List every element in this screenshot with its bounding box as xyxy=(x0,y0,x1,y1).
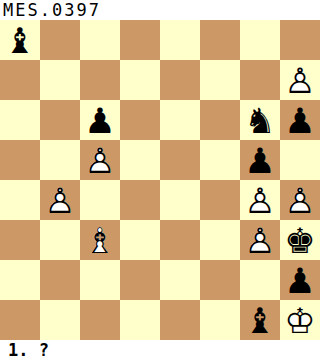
square-c3[interactable]: ♝♗ xyxy=(80,220,120,260)
square-b2[interactable] xyxy=(40,260,80,300)
square-c8[interactable] xyxy=(80,20,120,60)
square-b5[interactable] xyxy=(40,140,80,180)
black-pawn: ♟ xyxy=(240,140,280,180)
square-g5[interactable]: ♟ xyxy=(240,140,280,180)
square-h5[interactable] xyxy=(280,140,320,180)
black-pawn: ♟ xyxy=(80,100,120,140)
square-e4[interactable] xyxy=(160,180,200,220)
square-f2[interactable] xyxy=(200,260,240,300)
square-c4[interactable] xyxy=(80,180,120,220)
square-g4[interactable]: ♟♙ xyxy=(240,180,280,220)
black-knight: ♞ xyxy=(240,100,280,140)
square-d6[interactable] xyxy=(120,100,160,140)
piece-outline: ♙ xyxy=(280,60,320,100)
square-f8[interactable] xyxy=(200,20,240,60)
piece-glyph: ♟ xyxy=(80,100,120,140)
square-a7[interactable] xyxy=(0,60,40,100)
square-c5[interactable]: ♟♙ xyxy=(80,140,120,180)
white-pawn: ♟♙ xyxy=(280,180,320,220)
piece-glyph: ♞ xyxy=(240,100,280,140)
white-king: ♚♔ xyxy=(280,300,320,340)
square-d4[interactable] xyxy=(120,180,160,220)
chess-board: ♝♟♙♟♞♟♟♙♟♟♙♟♙♟♙♝♗♟♙♚♟♝♚♔ xyxy=(0,20,320,340)
square-e3[interactable] xyxy=(160,220,200,260)
square-f5[interactable] xyxy=(200,140,240,180)
square-d7[interactable] xyxy=(120,60,160,100)
square-b7[interactable] xyxy=(40,60,80,100)
piece-outline: ♙ xyxy=(240,180,280,220)
white-bishop: ♝♗ xyxy=(80,220,120,260)
piece-glyph: ♚ xyxy=(280,220,320,260)
square-d1[interactable] xyxy=(120,300,160,340)
piece-glyph: ♝ xyxy=(0,20,40,60)
piece-glyph: ♟ xyxy=(280,260,320,300)
square-a6[interactable] xyxy=(0,100,40,140)
square-f4[interactable] xyxy=(200,180,240,220)
piece-outline: ♙ xyxy=(240,220,280,260)
title-bar: MES.0397 xyxy=(0,0,320,20)
black-pawn: ♟ xyxy=(280,100,320,140)
square-g3[interactable]: ♟♙ xyxy=(240,220,280,260)
piece-glyph: ♝ xyxy=(240,300,280,340)
puzzle-id: MES.0397 xyxy=(3,0,101,20)
piece-outline: ♗ xyxy=(80,220,120,260)
square-g7[interactable] xyxy=(240,60,280,100)
square-d3[interactable] xyxy=(120,220,160,260)
move-prompt: 1. ? xyxy=(8,340,49,360)
square-g6[interactable]: ♞ xyxy=(240,100,280,140)
square-e8[interactable] xyxy=(160,20,200,60)
piece-outline: ♙ xyxy=(80,140,120,180)
square-g2[interactable] xyxy=(240,260,280,300)
square-e5[interactable] xyxy=(160,140,200,180)
white-pawn: ♟♙ xyxy=(240,220,280,260)
square-d2[interactable] xyxy=(120,260,160,300)
square-a4[interactable] xyxy=(0,180,40,220)
square-a1[interactable] xyxy=(0,300,40,340)
square-d5[interactable] xyxy=(120,140,160,180)
piece-outline: ♔ xyxy=(280,300,320,340)
square-f7[interactable] xyxy=(200,60,240,100)
square-b4[interactable]: ♟♙ xyxy=(40,180,80,220)
piece-outline: ♙ xyxy=(40,180,80,220)
white-pawn: ♟♙ xyxy=(280,60,320,100)
square-h6[interactable]: ♟ xyxy=(280,100,320,140)
square-a2[interactable] xyxy=(0,260,40,300)
black-king: ♚ xyxy=(280,220,320,260)
square-a5[interactable] xyxy=(0,140,40,180)
square-h1[interactable]: ♚♔ xyxy=(280,300,320,340)
square-a8[interactable]: ♝ xyxy=(0,20,40,60)
square-h8[interactable] xyxy=(280,20,320,60)
square-g1[interactable]: ♝ xyxy=(240,300,280,340)
black-bishop: ♝ xyxy=(0,20,40,60)
white-pawn: ♟♙ xyxy=(40,180,80,220)
square-c1[interactable] xyxy=(80,300,120,340)
square-h4[interactable]: ♟♙ xyxy=(280,180,320,220)
piece-outline: ♙ xyxy=(280,180,320,220)
square-c6[interactable]: ♟ xyxy=(80,100,120,140)
square-c2[interactable] xyxy=(80,260,120,300)
white-pawn: ♟♙ xyxy=(240,180,280,220)
black-pawn: ♟ xyxy=(280,260,320,300)
square-f6[interactable] xyxy=(200,100,240,140)
square-h3[interactable]: ♚ xyxy=(280,220,320,260)
white-pawn: ♟♙ xyxy=(80,140,120,180)
square-f1[interactable] xyxy=(200,300,240,340)
square-e7[interactable] xyxy=(160,60,200,100)
square-f3[interactable] xyxy=(200,220,240,260)
square-h7[interactable]: ♟♙ xyxy=(280,60,320,100)
square-b6[interactable] xyxy=(40,100,80,140)
square-e6[interactable] xyxy=(160,100,200,140)
square-d8[interactable] xyxy=(120,20,160,60)
black-bishop: ♝ xyxy=(240,300,280,340)
square-c7[interactable] xyxy=(80,60,120,100)
square-e2[interactable] xyxy=(160,260,200,300)
square-e1[interactable] xyxy=(160,300,200,340)
square-h2[interactable]: ♟ xyxy=(280,260,320,300)
status-bar: 1. ? xyxy=(0,340,320,360)
square-b8[interactable] xyxy=(40,20,80,60)
square-a3[interactable] xyxy=(0,220,40,260)
piece-glyph: ♟ xyxy=(280,100,320,140)
square-b1[interactable] xyxy=(40,300,80,340)
square-b3[interactable] xyxy=(40,220,80,260)
square-g8[interactable] xyxy=(240,20,280,60)
chess-puzzle-page: MES.0397 ♝♟♙♟♞♟♟♙♟♟♙♟♙♟♙♝♗♟♙♚♟♝♚♔ 1. ? xyxy=(0,0,320,360)
piece-glyph: ♟ xyxy=(240,140,280,180)
